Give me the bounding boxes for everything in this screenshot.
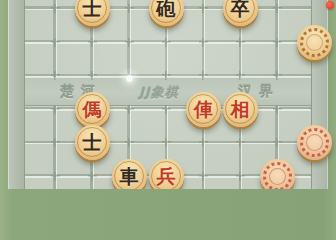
- intersection-mark: [199, 4, 208, 13]
- intersection-mark: [199, 138, 208, 147]
- hidden-piece-back-pattern: [306, 34, 323, 51]
- intersection-mark: [125, 105, 134, 114]
- intersection-mark: [51, 138, 60, 147]
- river-band: 楚河 JJ象棋 汉界: [8, 77, 328, 106]
- intersection-mark: [199, 38, 208, 47]
- piece-character: 俥: [194, 92, 213, 127]
- piece-character: 砲: [157, 0, 176, 26]
- piece-black-chariot[interactable]: 車: [112, 159, 147, 190]
- notification-badge-dot: [326, 1, 334, 9]
- intersection-mark: [51, 71, 60, 80]
- piece-red-chariot[interactable]: 俥: [186, 92, 221, 127]
- piece-character: 相: [231, 92, 250, 127]
- piece-character: 傌: [83, 92, 102, 127]
- piece-character: 士: [83, 125, 102, 160]
- intersection-mark: [125, 4, 134, 13]
- piece-hidden-black[interactable]: [297, 25, 332, 60]
- intersection-mark: [273, 4, 282, 13]
- app-watermark: JJ象棋: [139, 84, 179, 102]
- intersection-mark: [273, 105, 282, 114]
- intersection-mark: [199, 71, 208, 80]
- piece-character: 車: [120, 159, 139, 190]
- piece-character: 兵: [157, 159, 176, 190]
- hidden-piece-back-pattern: [306, 134, 323, 151]
- intersection-mark: [273, 138, 282, 147]
- piece-red-horse[interactable]: 傌: [75, 92, 110, 127]
- intersection-mark: [162, 138, 171, 147]
- piece-character: 士: [83, 0, 102, 26]
- intersection-mark: [125, 38, 134, 47]
- move-indicator-dot: [125, 74, 134, 83]
- piece-red-elephant[interactable]: 相: [223, 92, 258, 127]
- xiangqi-game-screen: { "game": "xiangqi", "variant": "jieqi (…: [0, 0, 336, 189]
- intersection-mark: [236, 38, 245, 47]
- intersection-mark: [236, 172, 245, 181]
- intersection-mark: [273, 38, 282, 47]
- intersection-mark: [51, 105, 60, 114]
- intersection-mark: [199, 172, 208, 181]
- intersection-mark: [236, 138, 245, 147]
- intersection-mark: [88, 172, 97, 181]
- intersection-mark: [273, 71, 282, 80]
- board-rim-left: [8, 0, 24, 189]
- intersection-mark: [162, 38, 171, 47]
- piece-black-advisor[interactable]: 士: [75, 125, 110, 160]
- intersection-mark: [88, 71, 97, 80]
- intersection-mark: [162, 105, 171, 114]
- piece-hidden-red[interactable]: [260, 159, 295, 190]
- intersection-mark: [88, 38, 97, 47]
- piece-red-soldier[interactable]: 兵: [149, 159, 184, 190]
- hidden-piece-back-pattern: [269, 168, 286, 185]
- intersection-mark: [162, 71, 171, 80]
- intersection-mark: [125, 138, 134, 147]
- intersection-mark: [51, 38, 60, 47]
- piece-character: 卒: [231, 0, 250, 26]
- intersection-mark: [236, 71, 245, 80]
- intersection-mark: [51, 4, 60, 13]
- piece-hidden-red[interactable]: [297, 125, 332, 160]
- intersection-mark: [51, 172, 60, 181]
